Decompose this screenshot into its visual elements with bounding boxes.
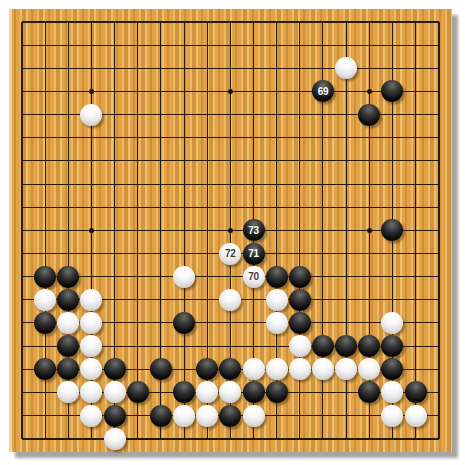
stone-black [34,266,56,288]
stone-black [266,381,288,403]
stone-black [104,405,126,427]
stone-white [266,312,288,334]
stone-white [104,428,126,450]
stone-black [266,266,288,288]
stone-black [289,289,311,311]
stone-white [80,358,102,380]
stone-white [196,405,218,427]
move-number-label: 73 [243,219,265,241]
stone-black [289,266,311,288]
stone-black [196,358,218,380]
move-number-label: 71 [243,243,265,265]
stone-white [335,57,357,79]
stone-white [80,335,102,357]
stone-black [150,358,172,380]
stone-black [219,358,241,380]
stone-black [243,381,265,403]
stone-black [34,358,56,380]
stone-black [381,219,403,241]
stone-white [266,358,288,380]
stone-black [335,335,357,357]
stone-white [289,335,311,357]
stone-black [173,381,195,403]
stone-white [381,381,403,403]
stone-black [57,358,79,380]
stone-black: 73 [243,219,265,241]
stone-white [57,381,79,403]
stone-black [173,312,195,334]
stone-black [34,312,56,334]
go-board[interactable]: 6973727170 [9,9,452,452]
stone-white [381,405,403,427]
stone-black: 69 [312,80,334,102]
stone-white [80,405,102,427]
stone-black [358,381,380,403]
stone-white [335,358,357,380]
stone-black [381,80,403,102]
stone-white [381,312,403,334]
stone-black [219,405,241,427]
move-number-label: 72 [219,243,241,265]
stone-black: 71 [243,243,265,265]
stone-black [57,335,79,357]
stone-black [57,289,79,311]
stone-white [405,405,427,427]
stone-black [381,335,403,357]
stone-white [219,381,241,403]
stone-white [80,312,102,334]
stone-white [80,381,102,403]
stone-black [312,335,334,357]
stone-black [358,104,380,126]
stone-white [219,289,241,311]
stone-white [34,289,56,311]
stone-white [104,381,126,403]
stone-black [104,358,126,380]
stone-white [289,358,311,380]
stone-black [381,358,403,380]
stone-black [150,405,172,427]
stone-white [312,358,334,380]
stone-white [80,289,102,311]
stone-white [196,381,218,403]
stone-black [358,335,380,357]
stone-white [57,312,79,334]
move-number-label: 70 [243,266,265,288]
stone-black [289,312,311,334]
stone-white: 72 [219,243,241,265]
stone-white [243,358,265,380]
page-background: 6973727170 [0,0,465,465]
stone-white [266,289,288,311]
stone-black [127,381,149,403]
stone-white [358,358,380,380]
stone-black [57,266,79,288]
stone-white [243,405,265,427]
move-number-label: 69 [312,80,334,102]
stones-layer: 6973727170 [9,9,452,452]
stone-white [173,405,195,427]
stone-black [405,381,427,403]
stone-white [80,104,102,126]
stone-white: 70 [243,266,265,288]
stone-white [173,266,195,288]
